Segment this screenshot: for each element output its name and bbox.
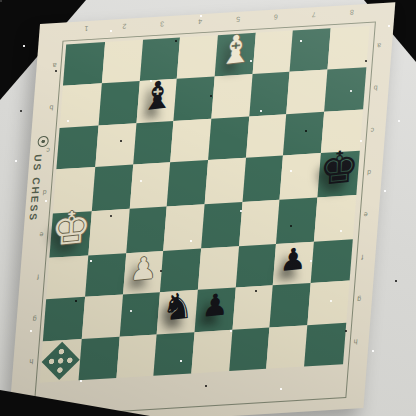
square-c3: [133, 121, 174, 165]
white-king-e1: ♚: [51, 204, 92, 252]
square-c6: [246, 114, 287, 158]
rank-label-4: 4: [181, 17, 219, 26]
square-f3: ♟: [123, 251, 164, 295]
square-a5: ♝: [215, 33, 256, 77]
square-e8: [313, 195, 356, 242]
square-h3: [116, 334, 157, 378]
square-f1: [46, 255, 89, 299]
square-c5: [208, 116, 249, 160]
square-d4: [167, 160, 208, 207]
square-h6: [229, 327, 270, 371]
square-b1: [60, 84, 103, 128]
file-label-b: b: [368, 67, 383, 110]
square-h4: [154, 332, 195, 376]
black-pawn-g5: ♟: [201, 289, 229, 322]
square-b8: [324, 67, 367, 111]
square-g2: [82, 295, 123, 339]
rank-label-3: 3: [143, 19, 181, 28]
square-d5: [205, 158, 246, 205]
square-f7: ♟: [273, 242, 314, 286]
square-a6: [252, 31, 293, 75]
square-e7: [276, 197, 317, 244]
square-b2: [99, 81, 140, 125]
white-pawn-f3: ♟: [130, 252, 158, 285]
square-e4: [164, 204, 205, 251]
rank-label-7: 7: [295, 10, 333, 19]
square-g6: [232, 286, 273, 330]
file-label-h: h: [348, 321, 363, 364]
white-bishop-a5: ♝: [218, 29, 253, 71]
photo-scene: 12345678 abcdefgh abcdefgh ♝♝♚♚♟♟♞♟ US C…: [0, 0, 416, 416]
square-g3: [120, 292, 161, 336]
square-d8: ♚: [317, 151, 360, 198]
square-e3: [126, 207, 167, 254]
black-knight-g4: ♞: [161, 287, 195, 326]
square-c4: [171, 118, 212, 162]
black-king-d8: ♚: [318, 144, 359, 192]
rank-label-5: 5: [219, 15, 257, 24]
square-a8: [327, 26, 370, 70]
square-b6: [249, 72, 290, 116]
square-f6: [235, 244, 276, 288]
file-label-d: d: [361, 152, 376, 195]
chess-board: 12345678 abcdefgh abcdefgh ♝♝♚♚♟♟♞♟ US C…: [8, 2, 395, 416]
square-a7: [290, 28, 331, 72]
square-g8: [307, 281, 350, 325]
square-g1: [43, 297, 86, 341]
square-e1: ♚: [49, 211, 92, 258]
square-h1: [40, 339, 83, 383]
file-label-f: f: [355, 236, 370, 279]
square-b4: [174, 77, 215, 121]
rank-label-8: 8: [333, 8, 371, 17]
square-f5: [198, 246, 239, 290]
rank-label-2: 2: [105, 22, 143, 31]
board-grid: ♝♝♚♚♟♟♞♟: [40, 26, 370, 383]
square-e2: [89, 209, 130, 256]
square-a1: [63, 42, 106, 86]
rank-label-1: 1: [67, 24, 105, 33]
square-e5: [201, 202, 242, 249]
square-d3: [130, 162, 171, 209]
square-b3: ♝: [136, 79, 177, 123]
square-g4: ♞: [157, 290, 198, 334]
square-c1: [56, 125, 99, 169]
file-label-e: e: [358, 194, 373, 237]
square-d6: [242, 155, 283, 202]
square-d2: [92, 165, 133, 212]
us-chess-diamond-logo: [42, 341, 80, 379]
square-b7: [286, 70, 327, 114]
square-f8: [310, 239, 353, 283]
square-g7: [269, 283, 310, 327]
square-f2: [86, 253, 127, 297]
square-c2: [96, 123, 137, 167]
square-b5: [211, 74, 252, 118]
square-h2: [79, 336, 120, 380]
file-label-c: c: [365, 109, 380, 152]
square-c7: [283, 111, 324, 155]
black-pawn-f7: ♟: [279, 243, 307, 276]
square-g5: ♟: [195, 288, 236, 332]
black-bishop-b3: ♝: [140, 75, 175, 117]
square-h7: [266, 325, 307, 369]
square-a4: [177, 35, 218, 79]
square-h8: [304, 323, 347, 367]
rank-label-6: 6: [257, 12, 295, 21]
file-label-g: g: [351, 279, 366, 322]
square-a2: [102, 40, 143, 84]
square-d7: [280, 153, 321, 200]
square-h5: [191, 330, 232, 374]
square-e6: [239, 200, 280, 247]
file-label-a: a: [371, 25, 386, 68]
